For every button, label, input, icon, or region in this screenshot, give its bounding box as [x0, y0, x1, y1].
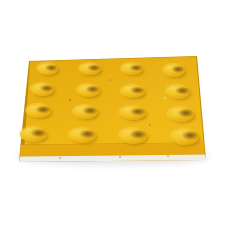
- tactile-dome: [77, 84, 100, 97]
- tactile-dome: [73, 105, 98, 119]
- product-photo: [0, 0, 230, 230]
- tactile-dome: [166, 85, 190, 99]
- tactile-dome: [69, 128, 96, 143]
- tactile-dome: [119, 128, 147, 144]
- dome-layer: [0, 0, 230, 230]
- tactile-dome: [121, 63, 143, 75]
- tactile-dome: [171, 129, 199, 145]
- tactile-dome: [31, 83, 54, 96]
- tactile-dome: [168, 107, 194, 122]
- tactile-dome: [37, 63, 58, 75]
- tactile-dome: [26, 104, 51, 118]
- tactile-dome: [120, 106, 146, 120]
- tactile-dome: [163, 64, 185, 77]
- tactile-dome: [20, 127, 47, 142]
- tactile-dome: [121, 85, 145, 98]
- tactile-dome: [79, 63, 101, 75]
